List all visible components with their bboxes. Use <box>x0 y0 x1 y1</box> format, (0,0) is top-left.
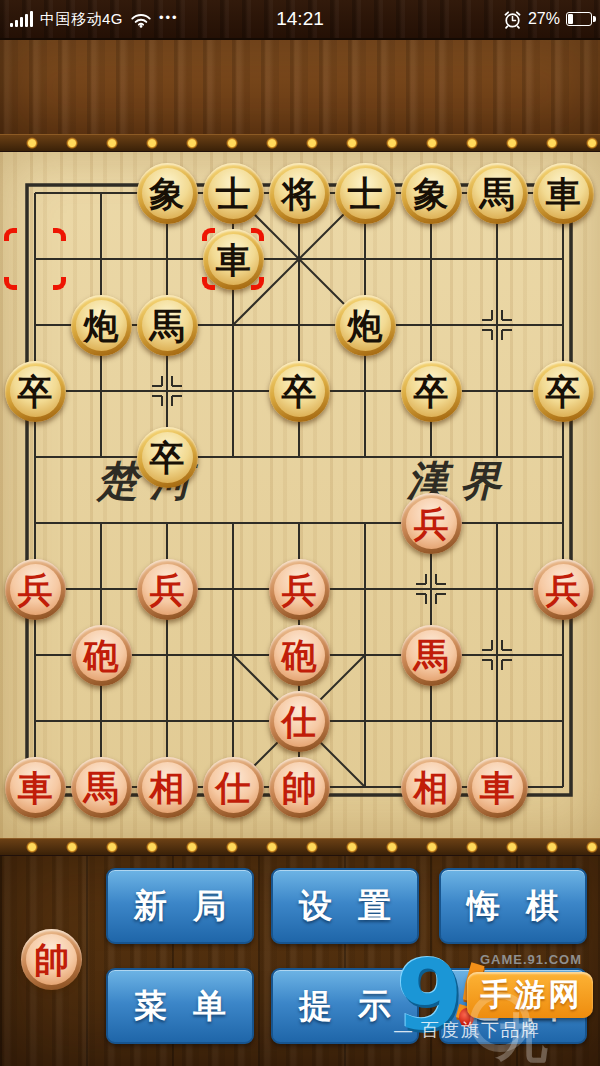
menu-button[interactable]: 菜单 <box>106 968 254 1044</box>
piece-glyph: 馬 <box>406 630 457 681</box>
piece-glyph: 帥 <box>26 934 77 985</box>
piece-black-士[interactable]: 士 <box>203 163 264 224</box>
piece-glyph: 象 <box>406 168 457 219</box>
piece-red-馬[interactable]: 馬 <box>71 757 132 818</box>
piece-black-馬[interactable]: 馬 <box>137 295 198 356</box>
piece-black-卒[interactable]: 卒 <box>533 361 594 422</box>
piece-glyph: 卒 <box>142 432 193 483</box>
control-panel: 帥 新局 设置 悔棋 菜单 提示 返回 GAME.91.COM 9 ! 手游网 … <box>0 856 600 1066</box>
piece-glyph: 砲 <box>274 630 325 681</box>
hint-button[interactable]: 提示 <box>271 968 419 1044</box>
piece-red-兵[interactable]: 兵 <box>269 559 330 620</box>
piece-black-卒[interactable]: 卒 <box>401 361 462 422</box>
piece-glyph: 卒 <box>10 366 61 417</box>
rivet-strip-top <box>0 134 600 152</box>
piece-glyph: 車 <box>538 168 589 219</box>
top-wood-panel <box>0 40 600 134</box>
piece-glyph: 相 <box>406 762 457 813</box>
piece-red-仕[interactable]: 仕 <box>269 691 330 752</box>
watermark-site-label: GAME.91.COM <box>480 952 582 967</box>
piece-glyph: 車 <box>472 762 523 813</box>
xiangqi-board[interactable]: 象士将士象馬車車炮馬炮卒卒卒卒卒兵兵兵兵兵砲砲馬仕車馬相仕帥相車 <box>2 160 596 820</box>
piece-red-兵[interactable]: 兵 <box>137 559 198 620</box>
piece-black-卒[interactable]: 卒 <box>269 361 330 422</box>
piece-glyph: 仕 <box>208 762 259 813</box>
signal-strength-icon <box>10 11 33 27</box>
piece-glyph: 兵 <box>538 564 589 615</box>
status-bar: 中国移动4G ••• 14:21 27% <box>0 0 600 40</box>
piece-black-炮[interactable]: 炮 <box>335 295 396 356</box>
piece-black-卒[interactable]: 卒 <box>5 361 66 422</box>
piece-red-相[interactable]: 相 <box>137 757 198 818</box>
back-button[interactable]: 返回 <box>439 968 587 1044</box>
piece-red-相[interactable]: 相 <box>401 757 462 818</box>
piece-glyph: 卒 <box>538 366 589 417</box>
piece-red-砲[interactable]: 砲 <box>269 625 330 686</box>
piece-black-車[interactable]: 車 <box>533 163 594 224</box>
rivet-strip-bottom <box>0 838 600 856</box>
undo-button[interactable]: 悔棋 <box>439 868 587 944</box>
piece-glyph: 兵 <box>10 564 61 615</box>
piece-glyph: 馬 <box>472 168 523 219</box>
piece-glyph: 象 <box>142 168 193 219</box>
last-move-to-marker <box>202 228 264 290</box>
piece-glyph: 相 <box>142 762 193 813</box>
settings-button[interactable]: 设置 <box>271 868 419 944</box>
battery-icon <box>566 12 592 26</box>
piece-red-車[interactable]: 車 <box>5 757 66 818</box>
piece-black-馬[interactable]: 馬 <box>467 163 528 224</box>
new-game-button[interactable]: 新局 <box>106 868 254 944</box>
app-screen: 中国移动4G ••• 14:21 27% 楚河 漢界 象士将士象馬車 <box>0 0 600 1066</box>
piece-glyph: 卒 <box>274 366 325 417</box>
piece-black-卒[interactable]: 卒 <box>137 427 198 488</box>
piece-glyph: 士 <box>340 168 391 219</box>
piece-glyph: 炮 <box>340 300 391 351</box>
clock-label: 14:21 <box>276 8 324 30</box>
carrier-label: 中国移动4G <box>40 10 123 29</box>
last-move-from-marker <box>4 228 66 290</box>
board-area: 楚河 漢界 象士将士象馬車車炮馬炮卒卒卒卒卒兵兵兵兵兵砲砲馬仕車馬相仕帥相車 <box>0 152 600 838</box>
piece-red-兵[interactable]: 兵 <box>401 493 462 554</box>
piece-black-炮[interactable]: 炮 <box>71 295 132 356</box>
piece-glyph: 車 <box>10 762 61 813</box>
piece-glyph: 兵 <box>406 498 457 549</box>
wifi-icon <box>130 11 152 28</box>
piece-glyph: 士 <box>208 168 259 219</box>
piece-red-兵[interactable]: 兵 <box>533 559 594 620</box>
piece-glyph: 将 <box>274 168 325 219</box>
piece-glyph: 兵 <box>142 564 193 615</box>
piece-red-兵[interactable]: 兵 <box>5 559 66 620</box>
piece-red-車[interactable]: 車 <box>467 757 528 818</box>
piece-black-象[interactable]: 象 <box>137 163 198 224</box>
piece-glyph: 兵 <box>274 564 325 615</box>
piece-glyph: 仕 <box>274 696 325 747</box>
piece-glyph: 砲 <box>76 630 127 681</box>
notification-dots: ••• <box>159 10 179 25</box>
piece-black-将[interactable]: 将 <box>269 163 330 224</box>
piece-red-馬[interactable]: 馬 <box>401 625 462 686</box>
battery-percent-label: 27% <box>528 10 560 28</box>
alarm-clock-icon <box>503 10 522 29</box>
piece-glyph: 帥 <box>274 762 325 813</box>
piece-glyph: 炮 <box>76 300 127 351</box>
piece-glyph: 馬 <box>142 300 193 351</box>
piece-red-帥[interactable]: 帥 <box>269 757 330 818</box>
player-side-piece: 帥 <box>21 929 82 990</box>
piece-glyph: 馬 <box>76 762 127 813</box>
piece-black-象[interactable]: 象 <box>401 163 462 224</box>
piece-red-仕[interactable]: 仕 <box>203 757 264 818</box>
piece-black-士[interactable]: 士 <box>335 163 396 224</box>
piece-glyph: 卒 <box>406 366 457 417</box>
piece-red-砲[interactable]: 砲 <box>71 625 132 686</box>
